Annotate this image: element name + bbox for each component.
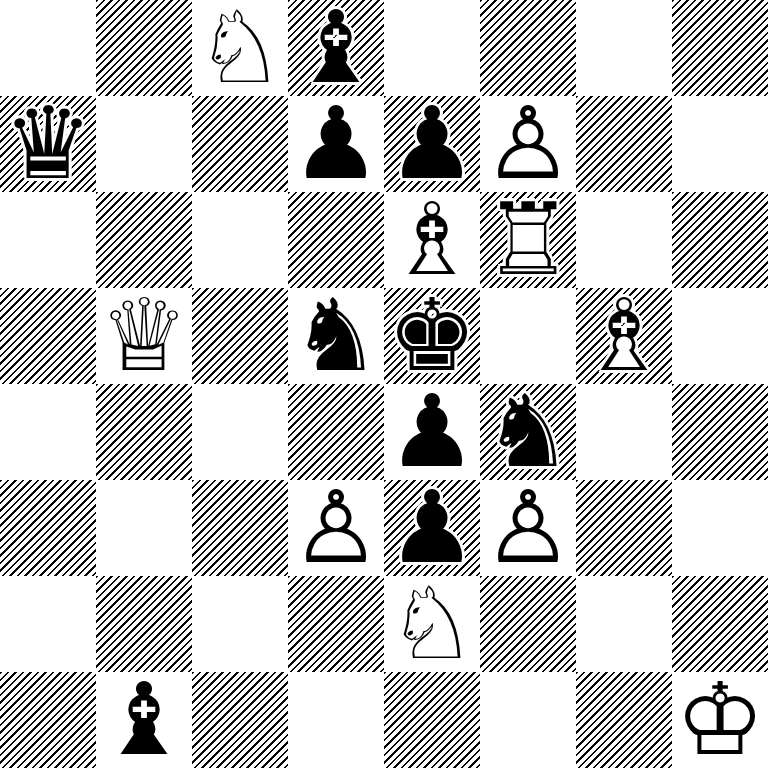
square-c4[interactable] <box>192 384 288 480</box>
white-queen-glyph: ♕ <box>96 288 192 384</box>
square-d4[interactable] <box>288 384 384 480</box>
black-queen-glyph: ♛ <box>0 96 96 192</box>
square-f8[interactable] <box>480 0 576 96</box>
square-h1[interactable]: ♚♔ <box>672 672 768 768</box>
square-c8[interactable]: ♞♘ <box>192 0 288 96</box>
square-g3[interactable] <box>576 480 672 576</box>
square-g7[interactable] <box>576 96 672 192</box>
square-d8[interactable]: ♝♝ <box>288 0 384 96</box>
square-d7[interactable]: ♟♟ <box>288 96 384 192</box>
square-e4[interactable]: ♟♟ <box>384 384 480 480</box>
chess-board: ♞♘♝♝♛♛♟♟♟♟♟♙♝♗♜♖♛♕♞♞♚♚♝♗♟♟♞♞♟♙♟♟♟♙♞♘♝♝♚♔ <box>0 0 768 768</box>
piece-white-pawn-f7[interactable]: ♟♙ <box>480 96 576 192</box>
white-rook-glyph: ♖ <box>480 192 576 288</box>
square-a4[interactable] <box>0 384 96 480</box>
square-e6[interactable]: ♝♗ <box>384 192 480 288</box>
square-b7[interactable] <box>96 96 192 192</box>
square-e2[interactable]: ♞♘ <box>384 576 480 672</box>
piece-black-bishop-b1[interactable]: ♝♝ <box>96 672 192 768</box>
square-c3[interactable] <box>192 480 288 576</box>
square-e1[interactable] <box>384 672 480 768</box>
piece-white-rook-f6[interactable]: ♜♖ <box>480 192 576 288</box>
black-pawn-glyph: ♟ <box>384 480 480 576</box>
square-f7[interactable]: ♟♙ <box>480 96 576 192</box>
square-a7[interactable]: ♛♛ <box>0 96 96 192</box>
square-g2[interactable] <box>576 576 672 672</box>
square-d3[interactable]: ♟♙ <box>288 480 384 576</box>
black-bishop-glyph: ♝ <box>288 0 384 96</box>
square-a1[interactable] <box>0 672 96 768</box>
square-d2[interactable] <box>288 576 384 672</box>
white-knight-glyph: ♘ <box>192 0 288 96</box>
square-f2[interactable] <box>480 576 576 672</box>
black-pawn-glyph: ♟ <box>384 96 480 192</box>
square-h4[interactable] <box>672 384 768 480</box>
square-e3[interactable]: ♟♟ <box>384 480 480 576</box>
white-pawn-glyph: ♙ <box>480 480 576 576</box>
square-h5[interactable] <box>672 288 768 384</box>
square-a5[interactable] <box>0 288 96 384</box>
piece-black-pawn-e3[interactable]: ♟♟ <box>384 480 480 576</box>
square-b1[interactable]: ♝♝ <box>96 672 192 768</box>
square-f3[interactable]: ♟♙ <box>480 480 576 576</box>
square-b3[interactable] <box>96 480 192 576</box>
square-b4[interactable] <box>96 384 192 480</box>
square-b2[interactable] <box>96 576 192 672</box>
black-bishop-glyph: ♝ <box>96 672 192 768</box>
square-c2[interactable] <box>192 576 288 672</box>
square-b5[interactable]: ♛♕ <box>96 288 192 384</box>
square-c1[interactable] <box>192 672 288 768</box>
black-king-glyph: ♚ <box>384 288 480 384</box>
square-h6[interactable] <box>672 192 768 288</box>
piece-black-king-e5[interactable]: ♚♚ <box>384 288 480 384</box>
black-pawn-glyph: ♟ <box>384 384 480 480</box>
square-b8[interactable] <box>96 0 192 96</box>
white-pawn-glyph: ♙ <box>480 96 576 192</box>
square-b6[interactable] <box>96 192 192 288</box>
piece-white-knight-c8[interactable]: ♞♘ <box>192 0 288 96</box>
square-c6[interactable] <box>192 192 288 288</box>
square-h8[interactable] <box>672 0 768 96</box>
square-a2[interactable] <box>0 576 96 672</box>
black-pawn-glyph: ♟ <box>288 96 384 192</box>
white-bishop-glyph: ♗ <box>576 288 672 384</box>
square-a6[interactable] <box>0 192 96 288</box>
square-g5[interactable]: ♝♗ <box>576 288 672 384</box>
square-d6[interactable] <box>288 192 384 288</box>
piece-white-queen-b5[interactable]: ♛♕ <box>96 288 192 384</box>
piece-black-knight-d5[interactable]: ♞♞ <box>288 288 384 384</box>
square-f1[interactable] <box>480 672 576 768</box>
square-c7[interactable] <box>192 96 288 192</box>
piece-black-pawn-d7[interactable]: ♟♟ <box>288 96 384 192</box>
square-f5[interactable] <box>480 288 576 384</box>
white-king-glyph: ♔ <box>672 672 768 768</box>
square-c5[interactable] <box>192 288 288 384</box>
square-e8[interactable] <box>384 0 480 96</box>
square-g8[interactable] <box>576 0 672 96</box>
white-knight-glyph: ♘ <box>384 576 480 672</box>
piece-black-pawn-e4[interactable]: ♟♟ <box>384 384 480 480</box>
piece-black-bishop-d8[interactable]: ♝♝ <box>288 0 384 96</box>
black-knight-glyph: ♞ <box>288 288 384 384</box>
square-h3[interactable] <box>672 480 768 576</box>
piece-black-queen-a7[interactable]: ♛♛ <box>0 96 96 192</box>
square-f4[interactable]: ♞♞ <box>480 384 576 480</box>
piece-white-bishop-e6[interactable]: ♝♗ <box>384 192 480 288</box>
piece-black-knight-f4[interactable]: ♞♞ <box>480 384 576 480</box>
square-h2[interactable] <box>672 576 768 672</box>
square-g4[interactable] <box>576 384 672 480</box>
black-knight-glyph: ♞ <box>480 384 576 480</box>
piece-white-pawn-d3[interactable]: ♟♙ <box>288 480 384 576</box>
white-bishop-glyph: ♗ <box>384 192 480 288</box>
square-a8[interactable] <box>0 0 96 96</box>
square-d1[interactable] <box>288 672 384 768</box>
white-pawn-glyph: ♙ <box>288 480 384 576</box>
piece-white-bishop-g5[interactable]: ♝♗ <box>576 288 672 384</box>
piece-white-king-h1[interactable]: ♚♔ <box>672 672 768 768</box>
square-f6[interactable]: ♜♖ <box>480 192 576 288</box>
square-h7[interactable] <box>672 96 768 192</box>
piece-white-pawn-f3[interactable]: ♟♙ <box>480 480 576 576</box>
square-a3[interactable] <box>0 480 96 576</box>
piece-white-knight-e2[interactable]: ♞♘ <box>384 576 480 672</box>
square-d5[interactable]: ♞♞ <box>288 288 384 384</box>
square-e5[interactable]: ♚♚ <box>384 288 480 384</box>
piece-black-pawn-e7[interactable]: ♟♟ <box>384 96 480 192</box>
square-g1[interactable] <box>576 672 672 768</box>
square-e7[interactable]: ♟♟ <box>384 96 480 192</box>
square-g6[interactable] <box>576 192 672 288</box>
